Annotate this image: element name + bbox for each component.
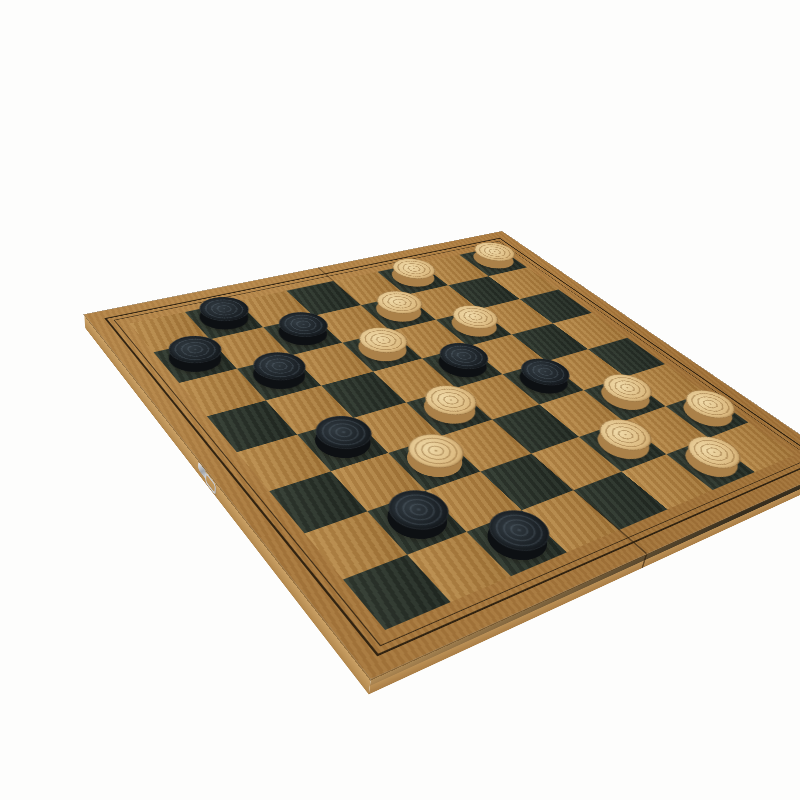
checker-wood[interactable] xyxy=(673,394,742,432)
checkers-board xyxy=(84,231,800,679)
checker-black[interactable] xyxy=(244,356,314,393)
checker-black[interactable] xyxy=(160,340,230,376)
checker-top-rings xyxy=(466,240,523,264)
checker-wood[interactable] xyxy=(465,247,521,272)
checker-black[interactable] xyxy=(270,317,336,350)
checker-wood[interactable] xyxy=(675,440,749,483)
checker-black[interactable] xyxy=(191,302,256,334)
playing-grid xyxy=(130,247,795,630)
product-photo-scene xyxy=(0,0,800,800)
